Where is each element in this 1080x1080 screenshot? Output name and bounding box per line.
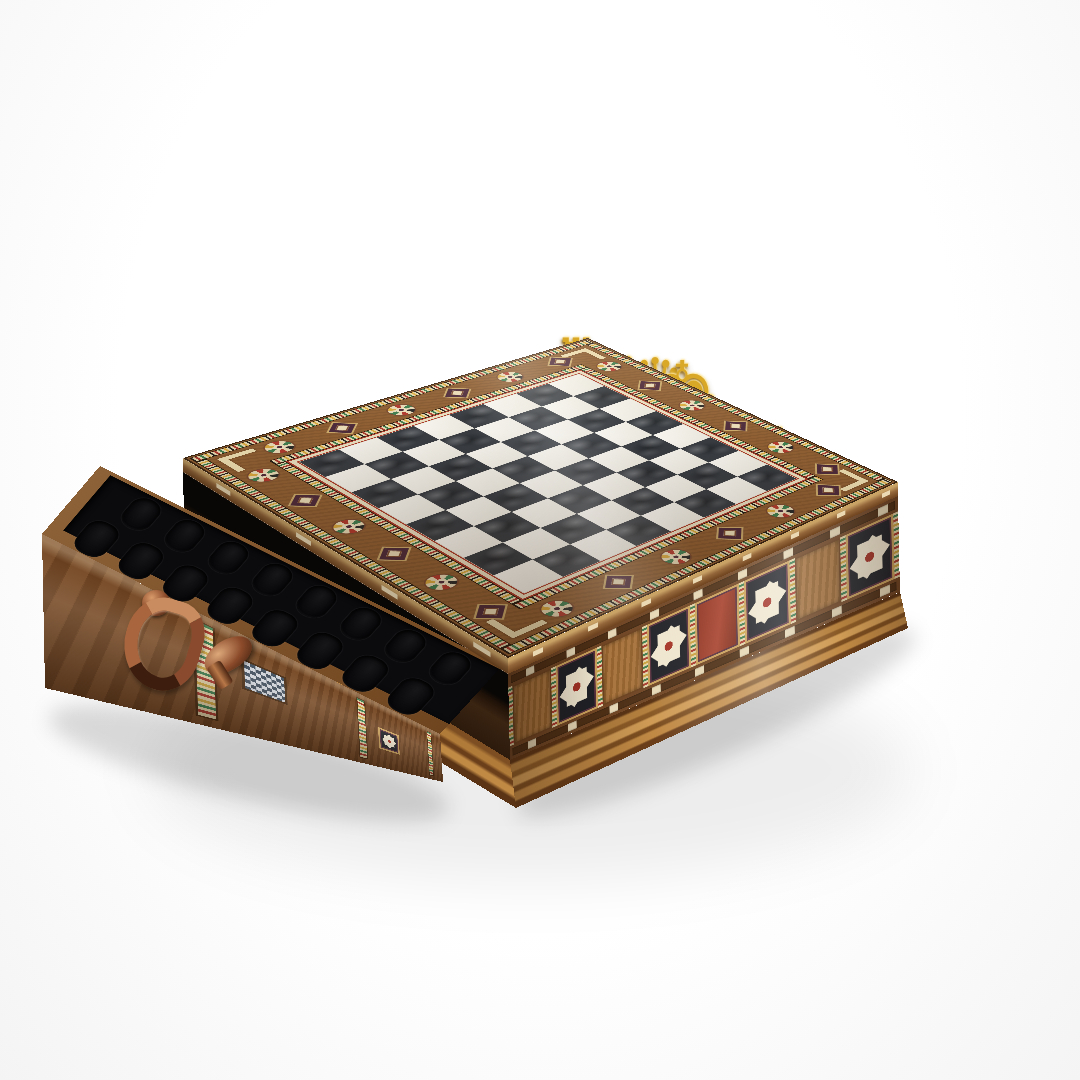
diamond-motif [473, 604, 508, 620]
rosette-motif [419, 572, 463, 593]
diamond-motif [288, 494, 323, 507]
mosaic-strip [427, 731, 433, 775]
drawer-piece-slot [159, 516, 209, 557]
diamond-motif [716, 527, 743, 540]
diamond-motif [326, 422, 358, 434]
diamond-motif [603, 575, 634, 590]
diamond-motif [816, 484, 842, 496]
drawer-handle[interactable] [116, 582, 266, 712]
mosaic-strip [357, 698, 367, 759]
diamond-motif [443, 388, 472, 399]
drawer-piece-slot [335, 603, 387, 644]
diamond-motif [376, 547, 411, 562]
drawer-piece-slot [291, 581, 342, 622]
drawer-piece-slot [424, 648, 476, 689]
rosette-motif [243, 467, 285, 485]
drawer-piece-slot [203, 537, 254, 578]
diamond-motif [815, 463, 840, 475]
diamond-motif [547, 357, 573, 367]
drawer-piece-slot [379, 626, 431, 667]
drawer-piece-slot [116, 494, 166, 535]
diamond-motif [723, 421, 747, 432]
star-inlay-patch [378, 727, 400, 755]
diamond-motif [637, 380, 662, 390]
rosette-motif [327, 517, 370, 536]
rosette-motif [762, 502, 800, 520]
chess-box-product-photo: ♜♟♞♟♝♟♛♟♚♟♝♟♞♟♜♟ [0, 0, 1080, 1080]
handle-swing-bail [113, 589, 213, 699]
